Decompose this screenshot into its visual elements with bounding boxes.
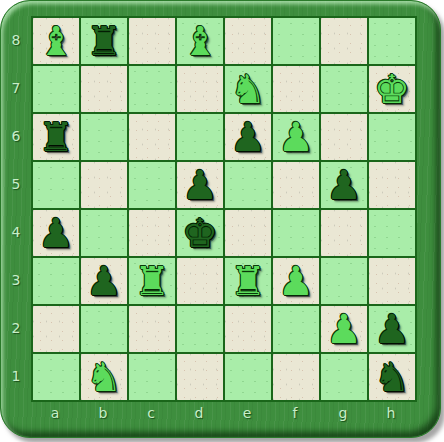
light-rook[interactable]: ♜ xyxy=(230,258,266,304)
square-e5[interactable] xyxy=(224,161,272,209)
square-c1[interactable] xyxy=(128,353,176,401)
file-label-d: d xyxy=(175,402,223,424)
square-f3[interactable]: ♟ xyxy=(272,257,320,305)
square-f4[interactable] xyxy=(272,209,320,257)
square-h6[interactable] xyxy=(368,113,416,161)
square-e2[interactable] xyxy=(224,305,272,353)
square-f6[interactable]: ♟ xyxy=(272,113,320,161)
square-a5[interactable] xyxy=(32,161,80,209)
dark-pawn[interactable]: ♟ xyxy=(230,114,266,160)
light-bishop[interactable]: ♝ xyxy=(182,18,218,64)
file-label-e: e xyxy=(223,402,271,424)
light-king[interactable]: ♚ xyxy=(374,66,410,112)
square-g3[interactable] xyxy=(320,257,368,305)
square-a1[interactable] xyxy=(32,353,80,401)
square-a3[interactable] xyxy=(32,257,80,305)
rank-label-7: 7 xyxy=(1,64,31,112)
square-f1[interactable] xyxy=(272,353,320,401)
square-b5[interactable] xyxy=(80,161,128,209)
square-b4[interactable] xyxy=(80,209,128,257)
square-d3[interactable] xyxy=(176,257,224,305)
square-c6[interactable] xyxy=(128,113,176,161)
rank-labels: 87654321 xyxy=(1,16,31,400)
square-d2[interactable] xyxy=(176,305,224,353)
rank-label-8: 8 xyxy=(1,16,31,64)
square-f7[interactable] xyxy=(272,65,320,113)
square-c8[interactable] xyxy=(128,17,176,65)
square-h3[interactable] xyxy=(368,257,416,305)
square-e4[interactable] xyxy=(224,209,272,257)
square-g4[interactable] xyxy=(320,209,368,257)
dark-pawn[interactable]: ♟ xyxy=(86,258,122,304)
rank-label-1: 1 xyxy=(1,352,31,400)
square-g5[interactable]: ♟ xyxy=(320,161,368,209)
square-g8[interactable] xyxy=(320,17,368,65)
square-e8[interactable] xyxy=(224,17,272,65)
file-labels: abcdefgh xyxy=(31,402,415,424)
light-pawn[interactable]: ♟ xyxy=(278,114,314,160)
light-pawn[interactable]: ♟ xyxy=(278,258,314,304)
square-b1[interactable]: ♞ xyxy=(80,353,128,401)
square-c7[interactable] xyxy=(128,65,176,113)
square-b2[interactable] xyxy=(80,305,128,353)
square-f2[interactable] xyxy=(272,305,320,353)
square-h5[interactable] xyxy=(368,161,416,209)
square-b3[interactable]: ♟ xyxy=(80,257,128,305)
dark-pawn[interactable]: ♟ xyxy=(182,162,218,208)
light-bishop[interactable]: ♝ xyxy=(38,18,74,64)
square-c2[interactable] xyxy=(128,305,176,353)
square-a2[interactable] xyxy=(32,305,80,353)
square-a6[interactable]: ♜ xyxy=(32,113,80,161)
dark-rook[interactable]: ♜ xyxy=(38,114,74,160)
square-d1[interactable] xyxy=(176,353,224,401)
dark-pawn[interactable]: ♟ xyxy=(326,162,362,208)
square-d6[interactable] xyxy=(176,113,224,161)
square-c3[interactable]: ♜ xyxy=(128,257,176,305)
file-label-b: b xyxy=(79,402,127,424)
square-a4[interactable]: ♟ xyxy=(32,209,80,257)
file-label-f: f xyxy=(271,402,319,424)
square-d4[interactable]: ♚ xyxy=(176,209,224,257)
light-pawn[interactable]: ♟ xyxy=(326,306,362,352)
square-h4[interactable] xyxy=(368,209,416,257)
file-label-a: a xyxy=(31,402,79,424)
square-d8[interactable]: ♝ xyxy=(176,17,224,65)
square-b6[interactable] xyxy=(80,113,128,161)
file-label-g: g xyxy=(319,402,367,424)
square-g6[interactable] xyxy=(320,113,368,161)
light-knight[interactable]: ♞ xyxy=(230,66,266,112)
square-e7[interactable]: ♞ xyxy=(224,65,272,113)
dark-king[interactable]: ♚ xyxy=(182,210,218,256)
rank-label-5: 5 xyxy=(1,160,31,208)
square-h1[interactable]: ♞ xyxy=(368,353,416,401)
rank-label-4: 4 xyxy=(1,208,31,256)
chess-board-frame: 87654321 ♝♜♝♞♚♜♟♟♟♟♟♚♟♜♜♟♟♟♞♞ abcdefgh xyxy=(0,0,441,438)
chess-board: ♝♜♝♞♚♜♟♟♟♟♟♚♟♜♜♟♟♟♞♞ xyxy=(31,16,417,402)
square-g1[interactable] xyxy=(320,353,368,401)
dark-pawn[interactable]: ♟ xyxy=(374,306,410,352)
dark-rook[interactable]: ♜ xyxy=(86,18,122,64)
light-rook[interactable]: ♜ xyxy=(134,258,170,304)
square-a8[interactable]: ♝ xyxy=(32,17,80,65)
dark-knight[interactable]: ♞ xyxy=(374,354,410,400)
file-label-h: h xyxy=(367,402,415,424)
square-e6[interactable]: ♟ xyxy=(224,113,272,161)
rank-label-2: 2 xyxy=(1,304,31,352)
square-e1[interactable] xyxy=(224,353,272,401)
square-b8[interactable]: ♜ xyxy=(80,17,128,65)
rank-label-6: 6 xyxy=(1,112,31,160)
square-h7[interactable]: ♚ xyxy=(368,65,416,113)
rank-label-3: 3 xyxy=(1,256,31,304)
light-knight[interactable]: ♞ xyxy=(86,354,122,400)
square-f8[interactable] xyxy=(272,17,320,65)
square-a7[interactable] xyxy=(32,65,80,113)
square-d7[interactable] xyxy=(176,65,224,113)
square-h8[interactable] xyxy=(368,17,416,65)
square-c5[interactable] xyxy=(128,161,176,209)
dark-pawn[interactable]: ♟ xyxy=(38,210,74,256)
square-g7[interactable] xyxy=(320,65,368,113)
square-b7[interactable] xyxy=(80,65,128,113)
square-f5[interactable] xyxy=(272,161,320,209)
file-label-c: c xyxy=(127,402,175,424)
square-g2[interactable]: ♟ xyxy=(320,305,368,353)
square-h2[interactable]: ♟ xyxy=(368,305,416,353)
square-d5[interactable]: ♟ xyxy=(176,161,224,209)
square-c4[interactable] xyxy=(128,209,176,257)
square-e3[interactable]: ♜ xyxy=(224,257,272,305)
